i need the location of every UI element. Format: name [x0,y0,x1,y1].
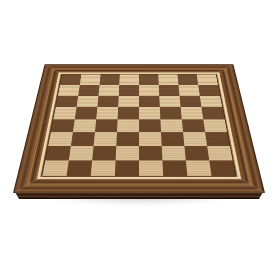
square-r0c2 [100,74,120,84]
square-r6c1 [69,146,94,161]
square-r4c1 [73,119,96,132]
square-r2c1 [77,96,99,108]
square-r6c3 [116,146,139,161]
square-r7c0 [42,160,68,175]
board-frame-bottom [13,176,265,193]
product-photo-canvas [0,0,278,278]
square-r3c0 [53,107,76,119]
chessboard [13,64,265,193]
square-r7c3 [115,160,139,175]
square-r3c1 [75,107,98,119]
square-r1c5 [159,85,180,96]
square-r2c4 [139,96,160,108]
square-r5c7 [205,132,230,146]
board-squares [42,74,235,175]
square-r2c2 [97,96,118,108]
square-r1c1 [78,85,99,96]
square-r2c7 [200,96,223,108]
square-r1c3 [119,85,139,96]
square-r6c7 [207,146,233,161]
square-r0c3 [119,74,139,84]
square-r1c0 [58,85,80,96]
square-r1c4 [139,85,159,96]
square-r6c6 [184,146,209,161]
square-r1c2 [98,85,119,96]
square-r3c4 [139,107,160,119]
square-r5c4 [139,132,162,146]
board-side-edge [13,192,265,199]
square-r5c6 [183,132,207,146]
square-r7c6 [186,160,212,175]
square-r4c3 [117,119,139,132]
square-r7c4 [139,160,163,175]
square-r0c5 [158,74,178,84]
square-r1c6 [178,85,199,96]
square-r2c5 [159,96,180,108]
square-r6c4 [139,146,162,161]
square-r5c2 [94,132,117,146]
square-r7c1 [67,160,93,175]
square-r2c6 [180,96,202,108]
square-r2c0 [56,96,79,108]
square-r0c0 [60,74,81,84]
square-r7c7 [209,160,235,175]
square-r0c6 [177,74,198,84]
square-r3c5 [160,107,182,119]
square-r4c4 [139,119,161,132]
square-r4c5 [160,119,183,132]
board-frame-top [42,64,236,74]
square-r5c0 [48,132,73,146]
square-r7c2 [91,160,116,175]
square-r6c0 [45,146,71,161]
square-r1c7 [198,85,220,96]
square-r5c3 [116,132,139,146]
square-r6c2 [92,146,116,161]
square-r7c5 [162,160,187,175]
square-r4c6 [182,119,205,132]
square-r0c7 [197,74,218,84]
square-r6c5 [162,146,186,161]
square-r0c1 [80,74,101,84]
square-r4c7 [203,119,227,132]
square-r3c2 [96,107,118,119]
square-r5c1 [71,132,95,146]
square-r5c5 [161,132,184,146]
square-r4c2 [95,119,118,132]
square-r4c0 [51,119,75,132]
square-r3c6 [181,107,204,119]
square-r0c4 [139,74,159,84]
square-r2c3 [118,96,139,108]
square-r3c7 [201,107,224,119]
square-r3c3 [118,107,139,119]
